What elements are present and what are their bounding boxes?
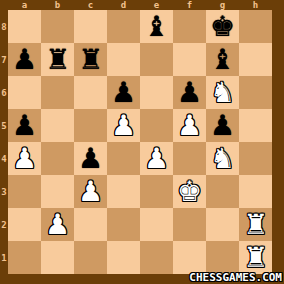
white-pawn-icon: ♟ (12, 142, 37, 175)
black-pawn-icon: ♟ (12, 109, 37, 142)
square-f8[interactable] (173, 10, 206, 43)
square-c4[interactable]: ♟ (74, 142, 107, 175)
white-pawn-icon: ♟ (177, 109, 202, 142)
square-a6[interactable] (8, 76, 41, 109)
file-label-b: b (41, 0, 74, 10)
square-b3[interactable] (41, 175, 74, 208)
square-f4[interactable] (173, 142, 206, 175)
square-b5[interactable] (41, 109, 74, 142)
square-e5[interactable] (140, 109, 173, 142)
rank-label-1: 1 (0, 241, 8, 274)
file-label-f: f (173, 0, 206, 10)
white-pawn-icon: ♟ (78, 175, 103, 208)
square-g1[interactable] (206, 241, 239, 274)
file-label-a: a (8, 0, 41, 10)
square-d3[interactable] (107, 175, 140, 208)
square-c2[interactable] (74, 208, 107, 241)
square-a2[interactable] (8, 208, 41, 241)
square-b2[interactable]: ♟ (41, 208, 74, 241)
black-rook-icon: ♜ (78, 43, 103, 76)
square-e3[interactable] (140, 175, 173, 208)
black-pawn-icon: ♟ (111, 76, 136, 109)
file-label-e: e (140, 0, 173, 10)
square-f2[interactable] (173, 208, 206, 241)
square-g3[interactable] (206, 175, 239, 208)
square-f6[interactable]: ♟ (173, 76, 206, 109)
square-e8[interactable]: ♝ (140, 10, 173, 43)
square-d1[interactable] (107, 241, 140, 274)
square-h5[interactable] (239, 109, 272, 142)
black-bishop-icon: ♝ (210, 43, 235, 76)
white-pawn-icon: ♟ (111, 109, 136, 142)
white-pawn-icon: ♟ (144, 142, 169, 175)
square-e4[interactable]: ♟ (140, 142, 173, 175)
black-king-icon: ♚ (210, 10, 235, 43)
square-e1[interactable] (140, 241, 173, 274)
rank-label-7: 7 (0, 43, 8, 76)
file-label-g: g (206, 0, 239, 10)
black-pawn-icon: ♟ (12, 43, 37, 76)
square-h8[interactable] (239, 10, 272, 43)
file-label-h: h (239, 0, 272, 10)
square-a8[interactable] (8, 10, 41, 43)
square-h1[interactable]: ♜ (239, 241, 272, 274)
file-labels: abcdefgh (8, 0, 272, 10)
square-d7[interactable] (107, 43, 140, 76)
black-pawn-icon: ♟ (78, 142, 103, 175)
white-knight-icon: ♞ (210, 142, 235, 175)
square-f7[interactable] (173, 43, 206, 76)
square-f1[interactable] (173, 241, 206, 274)
rank-label-4: 4 (0, 142, 8, 175)
square-d8[interactable] (107, 10, 140, 43)
square-f3[interactable]: ♚ (173, 175, 206, 208)
rank-labels: 87654321 (0, 10, 8, 274)
black-rook-icon: ♜ (45, 43, 70, 76)
square-g6[interactable]: ♞ (206, 76, 239, 109)
file-label-c: c (74, 0, 107, 10)
square-h2[interactable]: ♜ (239, 208, 272, 241)
white-knight-icon: ♞ (210, 76, 235, 109)
square-b6[interactable] (41, 76, 74, 109)
chessgames-watermark: CHESSGAMES.COM (189, 271, 282, 284)
square-d2[interactable] (107, 208, 140, 241)
square-d4[interactable] (107, 142, 140, 175)
square-b8[interactable] (41, 10, 74, 43)
square-a3[interactable] (8, 175, 41, 208)
square-a1[interactable] (8, 241, 41, 274)
square-h4[interactable] (239, 142, 272, 175)
rank-label-3: 3 (0, 175, 8, 208)
square-h3[interactable] (239, 175, 272, 208)
square-b7[interactable]: ♜ (41, 43, 74, 76)
chess-board: ♝♚♟♜♜♝♟♟♞♟♟♟♟♟♟♟♞♟♚♟♜♜ (8, 10, 272, 274)
square-a5[interactable]: ♟ (8, 109, 41, 142)
square-c8[interactable] (74, 10, 107, 43)
square-b1[interactable] (41, 241, 74, 274)
square-c7[interactable]: ♜ (74, 43, 107, 76)
square-e7[interactable] (140, 43, 173, 76)
square-g4[interactable]: ♞ (206, 142, 239, 175)
file-label-d: d (107, 0, 140, 10)
black-bishop-icon: ♝ (144, 10, 169, 43)
square-g2[interactable] (206, 208, 239, 241)
square-h6[interactable] (239, 76, 272, 109)
square-c1[interactable] (74, 241, 107, 274)
rank-label-2: 2 (0, 208, 8, 241)
square-c6[interactable] (74, 76, 107, 109)
square-h7[interactable] (239, 43, 272, 76)
square-g8[interactable]: ♚ (206, 10, 239, 43)
square-a7[interactable]: ♟ (8, 43, 41, 76)
rank-label-8: 8 (0, 10, 8, 43)
square-f5[interactable]: ♟ (173, 109, 206, 142)
square-c5[interactable] (74, 109, 107, 142)
square-b4[interactable] (41, 142, 74, 175)
square-c3[interactable]: ♟ (74, 175, 107, 208)
white-king-icon: ♚ (177, 175, 202, 208)
square-d6[interactable]: ♟ (107, 76, 140, 109)
white-rook-icon: ♜ (243, 208, 268, 241)
square-e2[interactable] (140, 208, 173, 241)
white-pawn-icon: ♟ (45, 208, 70, 241)
square-g5[interactable]: ♟ (206, 109, 239, 142)
rank-label-5: 5 (0, 109, 8, 142)
square-a4[interactable]: ♟ (8, 142, 41, 175)
black-pawn-icon: ♟ (210, 109, 235, 142)
square-g7[interactable]: ♝ (206, 43, 239, 76)
chess-board-diagram: abcdefgh 87654321 ♝♚♟♜♜♝♟♟♞♟♟♟♟♟♟♟♞♟♚♟♜♜… (0, 0, 284, 284)
white-rook-icon: ♜ (243, 241, 268, 274)
square-d5[interactable]: ♟ (107, 109, 140, 142)
rank-label-6: 6 (0, 76, 8, 109)
square-e6[interactable] (140, 76, 173, 109)
black-pawn-icon: ♟ (177, 76, 202, 109)
